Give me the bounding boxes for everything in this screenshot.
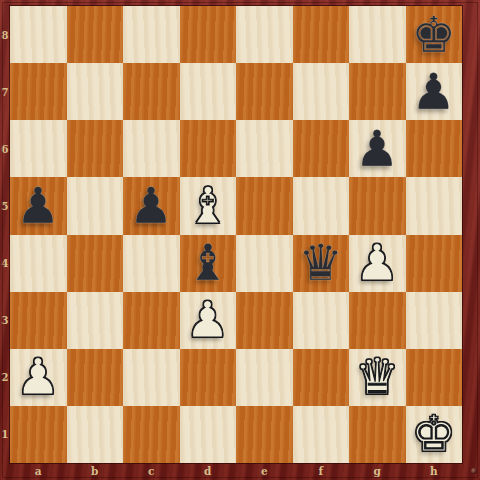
- piece-black-pawn[interactable]: ♟: [411, 67, 456, 117]
- square-b2[interactable]: [67, 349, 124, 406]
- rank-label-1: 1: [1, 429, 8, 440]
- square-h8[interactable]: ♚: [406, 6, 463, 63]
- square-h2[interactable]: [406, 349, 463, 406]
- piece-black-pawn[interactable]: ♟: [16, 181, 61, 231]
- piece-white-queen[interactable]: ♛: [355, 352, 400, 402]
- file-label-f: f: [318, 466, 323, 477]
- square-e6[interactable]: [236, 120, 293, 177]
- file-label-a: a: [35, 466, 42, 477]
- square-e3[interactable]: [236, 292, 293, 349]
- square-f3[interactable]: [293, 292, 350, 349]
- square-b8[interactable]: [67, 6, 124, 63]
- square-h5[interactable]: [406, 177, 463, 234]
- rank-label-3: 3: [1, 315, 8, 326]
- square-c2[interactable]: [123, 349, 180, 406]
- square-e2[interactable]: [236, 349, 293, 406]
- rank-label-4: 4: [1, 258, 8, 269]
- square-c4[interactable]: [123, 235, 180, 292]
- rank-label-6: 6: [1, 144, 8, 155]
- square-h3[interactable]: [406, 292, 463, 349]
- square-b6[interactable]: [67, 120, 124, 177]
- piece-white-pawn[interactable]: ♟: [355, 238, 400, 288]
- square-d6[interactable]: [180, 120, 237, 177]
- piece-white-bishop[interactable]: ♝: [185, 181, 230, 231]
- piece-black-bishop[interactable]: ♝: [185, 238, 230, 288]
- piece-white-pawn[interactable]: ♟: [185, 295, 230, 345]
- chessboard-frame: ♚♟♟♟♟♝♝♛♟♟♟♛♚ 87654321 abcdefgh: [0, 0, 480, 480]
- piece-black-pawn[interactable]: ♟: [129, 181, 174, 231]
- square-a2[interactable]: ♟: [10, 349, 67, 406]
- square-d3[interactable]: ♟: [180, 292, 237, 349]
- square-f7[interactable]: [293, 63, 350, 120]
- square-b1[interactable]: [67, 406, 124, 463]
- square-a3[interactable]: [10, 292, 67, 349]
- square-f2[interactable]: [293, 349, 350, 406]
- square-e8[interactable]: [236, 6, 293, 63]
- rank-label-8: 8: [1, 29, 8, 40]
- square-g7[interactable]: [349, 63, 406, 120]
- square-c7[interactable]: [123, 63, 180, 120]
- square-a6[interactable]: [10, 120, 67, 177]
- square-g4[interactable]: ♟: [349, 235, 406, 292]
- square-c5[interactable]: ♟: [123, 177, 180, 234]
- square-f5[interactable]: [293, 177, 350, 234]
- chessboard: ♚♟♟♟♟♝♝♛♟♟♟♛♚: [10, 6, 462, 463]
- file-label-g: g: [374, 466, 381, 477]
- square-h4[interactable]: [406, 235, 463, 292]
- square-d5[interactable]: ♝: [180, 177, 237, 234]
- square-g2[interactable]: ♛: [349, 349, 406, 406]
- square-f8[interactable]: [293, 6, 350, 63]
- file-label-c: c: [148, 466, 154, 477]
- square-e7[interactable]: [236, 63, 293, 120]
- square-d2[interactable]: [180, 349, 237, 406]
- rank-label-2: 2: [1, 372, 8, 383]
- square-e4[interactable]: [236, 235, 293, 292]
- piece-white-king[interactable]: ♚: [411, 409, 456, 459]
- rank-label-5: 5: [1, 201, 8, 212]
- piece-white-pawn[interactable]: ♟: [16, 352, 61, 402]
- square-c6[interactable]: [123, 120, 180, 177]
- square-e5[interactable]: [236, 177, 293, 234]
- square-d4[interactable]: ♝: [180, 235, 237, 292]
- square-d7[interactable]: [180, 63, 237, 120]
- piece-black-king[interactable]: ♚: [411, 10, 456, 60]
- square-b7[interactable]: [67, 63, 124, 120]
- square-d1[interactable]: [180, 406, 237, 463]
- file-label-b: b: [91, 466, 98, 477]
- square-b4[interactable]: [67, 235, 124, 292]
- square-a4[interactable]: [10, 235, 67, 292]
- rank-label-7: 7: [1, 86, 8, 97]
- square-d8[interactable]: [180, 6, 237, 63]
- square-h1[interactable]: ♚: [406, 406, 463, 463]
- file-label-h: h: [430, 466, 438, 477]
- square-a1[interactable]: [10, 406, 67, 463]
- file-label-e: e: [261, 466, 268, 477]
- piece-black-queen[interactable]: ♛: [298, 238, 343, 288]
- square-g1[interactable]: [349, 406, 406, 463]
- piece-black-pawn[interactable]: ♟: [355, 124, 400, 174]
- square-a8[interactable]: [10, 6, 67, 63]
- square-g3[interactable]: [349, 292, 406, 349]
- square-b5[interactable]: [67, 177, 124, 234]
- square-h7[interactable]: ♟: [406, 63, 463, 120]
- square-h6[interactable]: [406, 120, 463, 177]
- square-c1[interactable]: [123, 406, 180, 463]
- square-f6[interactable]: [293, 120, 350, 177]
- square-f1[interactable]: [293, 406, 350, 463]
- square-e1[interactable]: [236, 406, 293, 463]
- square-c3[interactable]: [123, 292, 180, 349]
- square-a5[interactable]: ♟: [10, 177, 67, 234]
- square-g8[interactable]: [349, 6, 406, 63]
- square-b3[interactable]: [67, 292, 124, 349]
- square-c8[interactable]: [123, 6, 180, 63]
- square-g5[interactable]: [349, 177, 406, 234]
- square-a7[interactable]: [10, 63, 67, 120]
- square-g6[interactable]: ♟: [349, 120, 406, 177]
- file-label-d: d: [204, 466, 211, 477]
- square-f4[interactable]: ♛: [293, 235, 350, 292]
- corner-screw-icon: [471, 468, 477, 474]
